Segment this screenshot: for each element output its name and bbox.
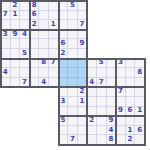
outside-area bbox=[97, 39, 107, 49]
cell-r9c8[interactable] bbox=[68, 78, 78, 88]
cell-r9c1[interactable] bbox=[1, 78, 11, 88]
cell-r11c11[interactable] bbox=[97, 97, 107, 107]
cell-r7c1[interactable] bbox=[1, 59, 11, 69]
outside-area bbox=[49, 135, 59, 145]
given-digit-r5c7[interactable]: 6 bbox=[59, 39, 69, 49]
cell-r10c12[interactable] bbox=[107, 87, 117, 97]
outside-area bbox=[49, 97, 59, 107]
cell-r8c11[interactable] bbox=[97, 68, 107, 78]
cell-r9c6[interactable] bbox=[49, 78, 59, 88]
cell-r13c9[interactable] bbox=[78, 116, 88, 126]
outside-area bbox=[116, 39, 126, 49]
cell-r13c15[interactable] bbox=[135, 116, 145, 126]
outside-area bbox=[116, 49, 126, 59]
outside-area bbox=[39, 126, 49, 136]
given-digit-r10c9[interactable]: 2 bbox=[78, 87, 88, 97]
given-digit-r7c5[interactable]: 8 bbox=[39, 59, 49, 69]
cell-r9c13[interactable] bbox=[116, 78, 126, 88]
cell-r7c14[interactable] bbox=[126, 59, 136, 69]
given-digit-r13c10[interactable]: 2 bbox=[87, 116, 97, 126]
cell-r15c9[interactable] bbox=[78, 135, 88, 145]
cell-r5c8[interactable] bbox=[68, 39, 78, 49]
outside-area bbox=[107, 11, 117, 21]
outside-area bbox=[135, 30, 145, 40]
cell-r10c14[interactable] bbox=[126, 87, 136, 97]
outside-area bbox=[126, 1, 136, 11]
cell-r2c6[interactable] bbox=[49, 11, 59, 21]
given-digit-r13c7[interactable]: 5 bbox=[59, 116, 69, 126]
given-digit-r7c6[interactable]: 7 bbox=[49, 59, 59, 69]
cell-r8c3[interactable] bbox=[20, 68, 30, 78]
given-digit-r10c13[interactable]: 7 bbox=[116, 87, 126, 97]
cell-r15c10[interactable] bbox=[87, 135, 97, 145]
cell-r9c14[interactable] bbox=[126, 78, 136, 88]
outside-area bbox=[30, 107, 40, 117]
cell-r5c2[interactable] bbox=[11, 39, 21, 49]
given-digit-r1c8[interactable]: 5 bbox=[68, 1, 78, 11]
given-digit-r8c1[interactable]: 4 bbox=[1, 68, 11, 78]
given-digit-r3c4[interactable]: 2 bbox=[30, 20, 40, 30]
cell-r9c4[interactable] bbox=[30, 78, 40, 88]
outside-area bbox=[11, 135, 21, 145]
cell-r6c5[interactable] bbox=[39, 49, 49, 59]
outside-area bbox=[1, 116, 11, 126]
outside-area bbox=[1, 97, 11, 107]
given-digit-r6c3[interactable]: 5 bbox=[20, 49, 30, 59]
outside-area bbox=[20, 97, 30, 107]
cell-r1c6[interactable] bbox=[49, 1, 59, 11]
outside-area bbox=[116, 20, 126, 30]
given-digit-r3c9[interactable]: 7 bbox=[78, 20, 88, 30]
cell-r8c8[interactable] bbox=[68, 68, 78, 78]
cell-r7c7[interactable] bbox=[59, 59, 69, 69]
cell-r11c15[interactable] bbox=[135, 97, 145, 107]
cell-r14c11[interactable] bbox=[97, 126, 107, 136]
outside-area bbox=[126, 11, 136, 21]
given-digit-r14c15[interactable]: 6 bbox=[135, 126, 145, 136]
outside-area bbox=[39, 87, 49, 97]
cell-r3c1[interactable] bbox=[1, 20, 11, 30]
cell-r1c5[interactable] bbox=[39, 1, 49, 11]
cell-r8c12[interactable] bbox=[107, 68, 117, 78]
outside-area bbox=[11, 126, 21, 136]
cell-r15c11[interactable] bbox=[97, 135, 107, 145]
cell-r8c6[interactable] bbox=[49, 68, 59, 78]
outside-area bbox=[30, 97, 40, 107]
cell-r8c4[interactable] bbox=[30, 68, 40, 78]
cell-r8c7[interactable] bbox=[59, 68, 69, 78]
cell-r11c8[interactable] bbox=[68, 97, 78, 107]
outside-area bbox=[30, 126, 40, 136]
given-digit-r7c11[interactable]: 5 bbox=[97, 59, 107, 69]
cell-r6c4[interactable] bbox=[30, 49, 40, 59]
given-digit-r15c12[interactable]: 8 bbox=[107, 135, 117, 145]
cell-r14c10[interactable] bbox=[87, 126, 97, 136]
outside-area bbox=[87, 49, 97, 59]
sudoku-cells: 2857162173946952875348744727319615294167… bbox=[1, 1, 145, 145]
outside-area bbox=[135, 39, 145, 49]
cell-r11c10[interactable] bbox=[87, 97, 97, 107]
outside-area bbox=[20, 87, 30, 97]
cell-r11c12[interactable] bbox=[107, 97, 117, 107]
cell-r14c9[interactable] bbox=[78, 126, 88, 136]
cell-r7c9[interactable] bbox=[78, 59, 88, 69]
given-digit-r5c9[interactable]: 9 bbox=[78, 39, 88, 49]
cell-r9c7[interactable] bbox=[59, 78, 69, 88]
outside-area bbox=[87, 20, 97, 30]
given-digit-r1c4[interactable]: 8 bbox=[30, 1, 40, 11]
cell-r7c8[interactable] bbox=[68, 59, 78, 69]
cell-r5c6[interactable] bbox=[49, 39, 59, 49]
outside-area bbox=[11, 107, 21, 117]
outside-area bbox=[11, 97, 21, 107]
cell-r5c5[interactable] bbox=[39, 39, 49, 49]
outside-area bbox=[116, 1, 126, 11]
outside-area bbox=[135, 20, 145, 30]
outside-area bbox=[126, 49, 136, 59]
cell-r12c12[interactable] bbox=[107, 107, 117, 117]
outside-area bbox=[97, 30, 107, 40]
cell-r13c14[interactable] bbox=[126, 116, 136, 126]
cell-r15c13[interactable] bbox=[116, 135, 126, 145]
cell-r1c3[interactable] bbox=[20, 1, 30, 11]
outside-area bbox=[49, 87, 59, 97]
cell-r12c9[interactable] bbox=[78, 107, 88, 117]
cell-r2c9[interactable] bbox=[78, 11, 88, 21]
cell-r10c10[interactable] bbox=[87, 87, 97, 97]
cell-r15c15[interactable] bbox=[135, 135, 145, 145]
cell-r10c11[interactable] bbox=[97, 87, 107, 97]
cell-r8c2[interactable] bbox=[11, 68, 21, 78]
outside-area bbox=[97, 49, 107, 59]
outside-area bbox=[30, 116, 40, 126]
cell-r9c12[interactable] bbox=[107, 78, 117, 88]
outside-area bbox=[20, 107, 30, 117]
given-digit-r9c11[interactable]: 7 bbox=[97, 78, 107, 88]
given-digit-r1c2[interactable]: 2 bbox=[11, 1, 21, 11]
given-digit-r14c12[interactable]: 4 bbox=[107, 126, 117, 136]
cell-r5c3[interactable] bbox=[20, 39, 30, 49]
given-digit-r15c8[interactable]: 7 bbox=[68, 135, 78, 145]
outside-area bbox=[1, 126, 11, 136]
outside-area bbox=[107, 30, 117, 40]
cell-r4c5[interactable] bbox=[39, 30, 49, 40]
cell-r10c7[interactable] bbox=[59, 87, 69, 97]
cell-r7c4[interactable] bbox=[30, 59, 40, 69]
cell-r8c10[interactable] bbox=[87, 68, 97, 78]
given-digit-r7c13[interactable]: 3 bbox=[116, 59, 126, 69]
cell-r5c4[interactable] bbox=[30, 39, 40, 49]
cell-r12c7[interactable] bbox=[59, 107, 69, 117]
given-digit-r3c6[interactable]: 1 bbox=[49, 20, 59, 30]
outside-area bbox=[107, 49, 117, 59]
outside-area bbox=[107, 39, 117, 49]
cell-r7c15[interactable] bbox=[135, 59, 145, 69]
outside-area bbox=[126, 30, 136, 40]
outside-area bbox=[11, 116, 21, 126]
cell-r8c13[interactable] bbox=[116, 68, 126, 78]
outside-area bbox=[87, 1, 97, 11]
given-digit-r9c10[interactable]: 4 bbox=[87, 78, 97, 88]
outside-area bbox=[39, 116, 49, 126]
cell-r10c15[interactable] bbox=[135, 87, 145, 97]
cell-r12c11[interactable] bbox=[97, 107, 107, 117]
cell-r13c8[interactable] bbox=[68, 116, 78, 126]
cell-r8c14[interactable] bbox=[126, 68, 136, 78]
cell-r9c15[interactable] bbox=[135, 78, 145, 88]
given-digit-r2c1[interactable]: 7 bbox=[1, 11, 11, 21]
cell-r3c2[interactable] bbox=[11, 20, 21, 30]
cell-r14c7[interactable] bbox=[59, 126, 69, 136]
outside-area bbox=[20, 135, 30, 145]
cell-r6c2[interactable] bbox=[11, 49, 21, 59]
given-digit-r4c3[interactable]: 4 bbox=[20, 30, 30, 40]
cell-r11c13[interactable] bbox=[116, 97, 126, 107]
given-digit-r11c9[interactable]: 1 bbox=[78, 97, 88, 107]
outside-area bbox=[49, 116, 59, 126]
given-digit-r4c1[interactable]: 3 bbox=[1, 30, 11, 40]
outside-area bbox=[30, 87, 40, 97]
cell-r8c9[interactable] bbox=[78, 68, 88, 78]
cell-r4c9[interactable] bbox=[78, 30, 88, 40]
outside-area bbox=[1, 87, 11, 97]
cell-r4c4[interactable] bbox=[30, 30, 40, 40]
cell-r6c6[interactable] bbox=[49, 49, 59, 59]
cell-r11c14[interactable] bbox=[126, 97, 136, 107]
cell-r6c9[interactable] bbox=[78, 49, 88, 59]
outside-area bbox=[30, 135, 40, 145]
outside-area bbox=[107, 1, 117, 11]
outside-area bbox=[87, 11, 97, 21]
cell-r5c1[interactable] bbox=[1, 39, 11, 49]
outside-area bbox=[135, 11, 145, 21]
cell-r4c8[interactable] bbox=[68, 30, 78, 40]
given-digit-r12c14[interactable]: 6 bbox=[126, 107, 136, 117]
outside-area bbox=[20, 126, 30, 136]
cell-r12c10[interactable] bbox=[87, 107, 97, 117]
outside-area bbox=[49, 107, 59, 117]
outside-area bbox=[49, 126, 59, 136]
outside-area bbox=[20, 116, 30, 126]
cell-r12c8[interactable] bbox=[68, 107, 78, 117]
cell-r2c5[interactable] bbox=[39, 11, 49, 21]
given-digit-r2c4[interactable]: 6 bbox=[30, 11, 40, 21]
cell-r3c7[interactable] bbox=[59, 20, 69, 30]
cell-r2c7[interactable] bbox=[59, 11, 69, 21]
cell-r14c13[interactable] bbox=[116, 126, 126, 136]
cell-r7c2[interactable] bbox=[11, 59, 21, 69]
outside-area bbox=[97, 20, 107, 30]
outside-area bbox=[135, 1, 145, 11]
given-digit-r9c5[interactable]: 4 bbox=[39, 78, 49, 88]
cell-r2c8[interactable] bbox=[68, 11, 78, 21]
cell-r4c7[interactable] bbox=[59, 30, 69, 40]
cell-r3c8[interactable] bbox=[68, 20, 78, 30]
cell-r6c8[interactable] bbox=[68, 49, 78, 59]
cell-r4c6[interactable] bbox=[49, 30, 59, 40]
outside-area bbox=[107, 20, 117, 30]
cell-r9c2[interactable] bbox=[11, 78, 21, 88]
outside-area bbox=[97, 11, 107, 21]
outside-area bbox=[1, 107, 11, 117]
given-digit-r4c2[interactable]: 9 bbox=[11, 30, 21, 40]
outside-area bbox=[126, 20, 136, 30]
cell-r6c1[interactable] bbox=[1, 49, 11, 59]
outside-area bbox=[39, 107, 49, 117]
given-digit-r9c3[interactable]: 7 bbox=[20, 78, 30, 88]
cell-r1c7[interactable] bbox=[59, 1, 69, 11]
cell-r7c12[interactable] bbox=[107, 59, 117, 69]
given-digit-r6c7[interactable]: 2 bbox=[59, 49, 69, 59]
outside-area bbox=[1, 135, 11, 145]
outside-area bbox=[126, 39, 136, 49]
cell-r1c9[interactable] bbox=[78, 1, 88, 11]
cell-r7c3[interactable] bbox=[20, 59, 30, 69]
cell-r8c5[interactable] bbox=[39, 68, 49, 78]
outside-area bbox=[97, 1, 107, 11]
outside-area bbox=[39, 97, 49, 107]
outside-area bbox=[135, 49, 145, 59]
given-digit-r14c14[interactable]: 1 bbox=[126, 126, 136, 136]
outside-area bbox=[116, 30, 126, 40]
cell-r13c13[interactable] bbox=[116, 116, 126, 126]
cell-r14c8[interactable] bbox=[68, 126, 78, 136]
cell-r15c7[interactable] bbox=[59, 135, 69, 145]
outside-area bbox=[87, 39, 97, 49]
outside-area bbox=[39, 135, 49, 145]
outside-area bbox=[87, 30, 97, 40]
given-digit-r15c14[interactable]: 2 bbox=[126, 135, 136, 145]
given-digit-r13c12[interactable]: 9 bbox=[107, 116, 117, 126]
given-digit-r11c7[interactable]: 3 bbox=[59, 97, 69, 107]
cell-r3c3[interactable] bbox=[20, 20, 30, 30]
outside-area bbox=[11, 87, 21, 97]
outside-area bbox=[116, 11, 126, 21]
given-digit-r12c15[interactable]: 1 bbox=[135, 107, 145, 117]
cell-r13c11[interactable] bbox=[97, 116, 107, 126]
cell-r3c5[interactable] bbox=[39, 20, 49, 30]
given-digit-r12c13[interactable]: 9 bbox=[116, 107, 126, 117]
cell-r1c1[interactable] bbox=[1, 1, 11, 11]
given-digit-r8c15[interactable]: 8 bbox=[135, 68, 145, 78]
cell-r9c9[interactable] bbox=[78, 78, 88, 88]
cell-r10c8[interactable] bbox=[68, 87, 78, 97]
cell-r7c10[interactable] bbox=[87, 59, 97, 69]
sudoku-board: 2857162173946952875348744727319615294167… bbox=[1, 1, 145, 145]
cell-r2c3[interactable] bbox=[20, 11, 30, 21]
given-digit-r2c2[interactable]: 1 bbox=[11, 11, 21, 21]
